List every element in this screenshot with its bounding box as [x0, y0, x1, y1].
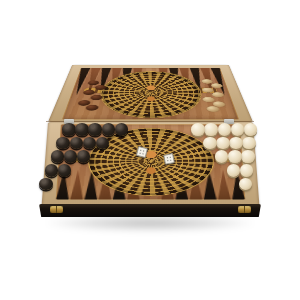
lid-decor-circle-light [206, 106, 220, 112]
die-pip [139, 149, 141, 151]
checker-white[interactable] [218, 123, 232, 136]
checker-black[interactable] [102, 123, 116, 136]
checker-black[interactable] [62, 123, 76, 136]
brass-latch-left [50, 206, 63, 213]
die-pip [141, 152, 143, 154]
lid-decor-circle-light [211, 92, 224, 97]
die-pip [142, 149, 144, 151]
checker-white[interactable] [244, 123, 258, 136]
die[interactable] [135, 145, 147, 157]
checker-white[interactable] [227, 164, 241, 177]
brass-latch-right [238, 206, 251, 213]
checker-black[interactable] [88, 123, 102, 136]
checker-black[interactable] [75, 123, 89, 136]
checker-white[interactable] [241, 150, 255, 163]
checker-black[interactable] [51, 150, 65, 163]
checker-white[interactable] [191, 123, 205, 136]
backgammon-set-photo [0, 0, 300, 300]
checker-white[interactable] [231, 123, 245, 136]
checker-black[interactable] [64, 150, 78, 163]
die-pip [169, 156, 171, 158]
checker-white[interactable] [228, 150, 242, 163]
die-pip [139, 151, 141, 153]
die-pip [169, 159, 171, 161]
checker-black[interactable] [115, 123, 129, 136]
board-lid [48, 65, 253, 122]
lid-playing-field [61, 68, 238, 120]
checker-black[interactable] [39, 178, 53, 191]
lid-decor-circle-dark [85, 105, 99, 111]
case-front-face [39, 204, 261, 217]
checker-white[interactable] [204, 123, 218, 136]
die-pip [166, 159, 168, 161]
hinge-seam [46, 121, 254, 122]
die-pip [166, 156, 168, 158]
die[interactable] [163, 153, 174, 164]
checker-white[interactable] [203, 137, 217, 150]
checker-white[interactable] [240, 164, 254, 177]
checker-white[interactable] [216, 137, 230, 150]
checker-black[interactable] [58, 164, 72, 177]
checker-black[interactable] [45, 164, 59, 177]
point-red [69, 170, 84, 200]
